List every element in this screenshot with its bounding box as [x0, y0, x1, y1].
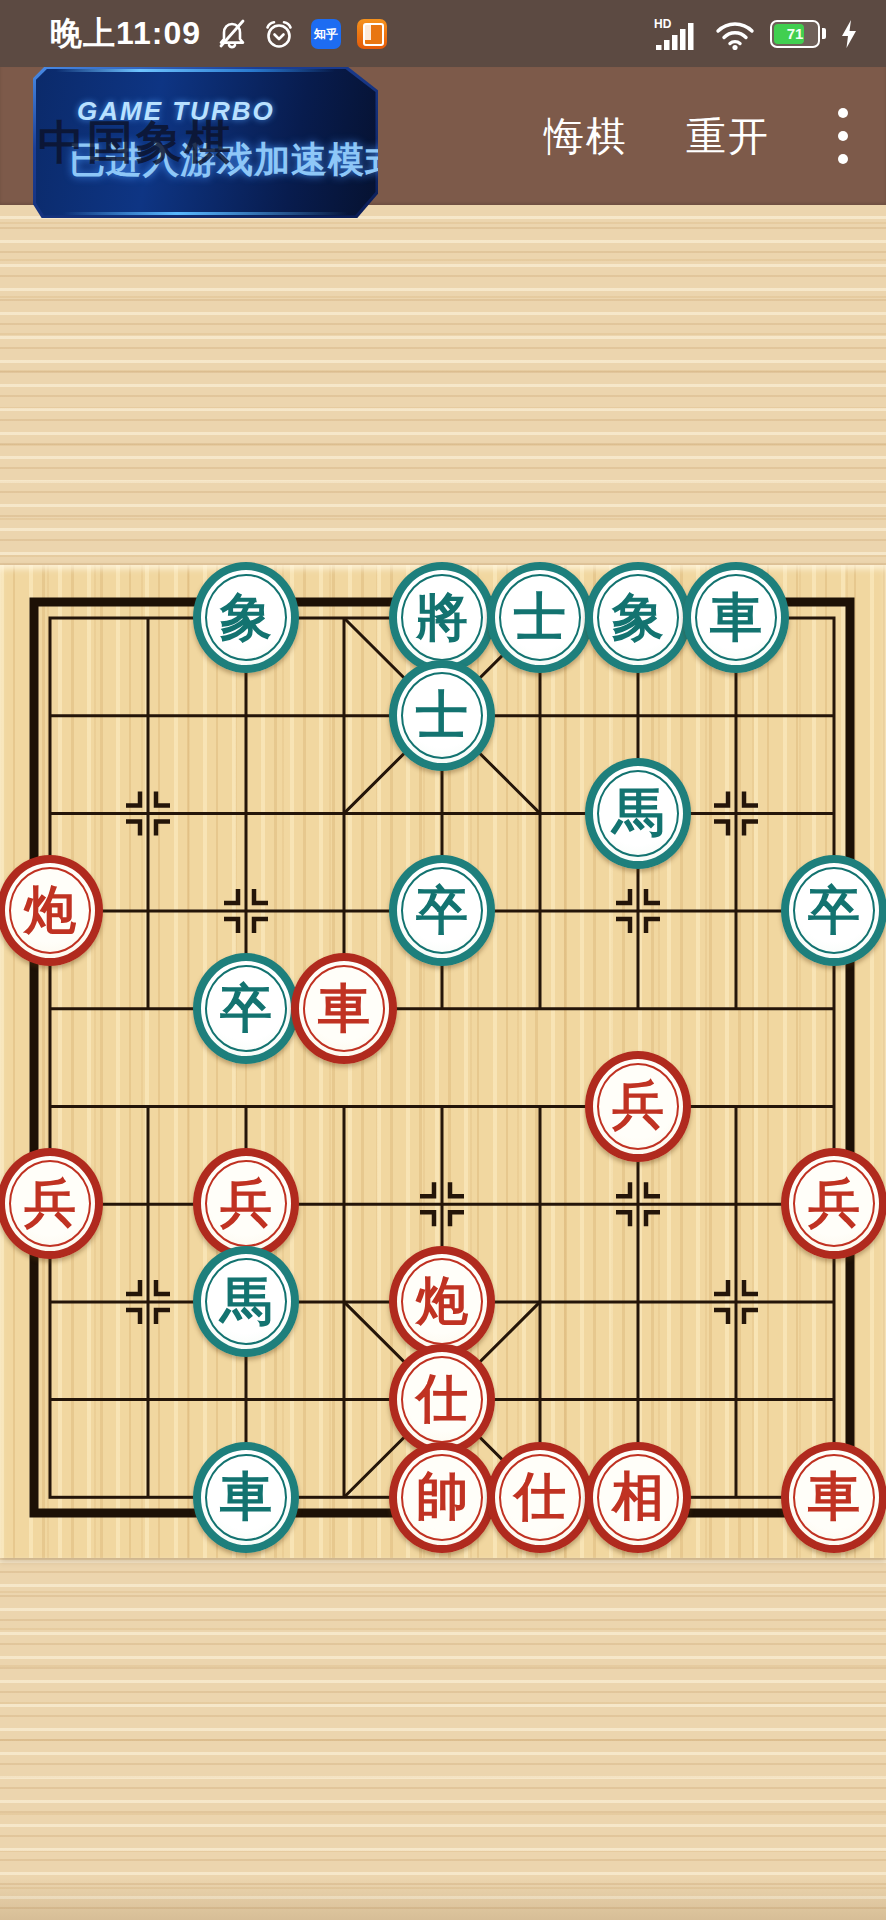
piece-glyph: 卒: [416, 884, 468, 936]
piece-red-帥[interactable]: 帥: [389, 1442, 495, 1553]
alarm-clock-icon: [263, 18, 295, 50]
piece-red-車[interactable]: 車: [781, 1442, 886, 1553]
restart-button[interactable]: 重开: [686, 109, 770, 164]
hd-label: HD: [654, 17, 672, 31]
piece-glyph: 馬: [220, 1275, 272, 1327]
piece-red-仕[interactable]: 仕: [487, 1442, 593, 1553]
piece-glyph: 象: [612, 591, 664, 643]
piece-red-炮[interactable]: 炮: [389, 1246, 495, 1357]
bottom-shade: [0, 1878, 886, 1920]
piece-glyph: 兵: [612, 1079, 664, 1131]
piece-red-仕[interactable]: 仕: [389, 1344, 495, 1455]
piece-red-車[interactable]: 車: [291, 953, 397, 1064]
piece-red-炮[interactable]: 炮: [0, 855, 103, 966]
piece-glyph: 炮: [416, 1275, 468, 1327]
piece-glyph: 馬: [612, 786, 664, 838]
piece-black-馬[interactable]: 馬: [585, 758, 691, 869]
zhihu-label: 知乎: [314, 28, 338, 40]
piece-black-卒[interactable]: 卒: [193, 953, 299, 1064]
piece-glyph: 炮: [24, 884, 76, 936]
charging-bolt-icon: [840, 19, 858, 49]
piece-glyph: 相: [612, 1470, 664, 1522]
piece-red-兵[interactable]: 兵: [781, 1148, 886, 1259]
piece-black-馬[interactable]: 馬: [193, 1246, 299, 1357]
piece-glyph: 仕: [514, 1470, 566, 1522]
status-bar: 晚上11:09 知乎 HD: [0, 0, 886, 67]
app-title: 中国象棋: [38, 112, 234, 174]
piece-red-兵[interactable]: 兵: [0, 1148, 103, 1259]
piece-black-象[interactable]: 象: [193, 562, 299, 673]
piece-black-卒[interactable]: 卒: [781, 855, 886, 966]
piece-glyph: 車: [710, 591, 762, 643]
piece-glyph: 車: [808, 1470, 860, 1522]
piece-black-卒[interactable]: 卒: [389, 855, 495, 966]
battery-indicator: 71: [770, 20, 826, 48]
undo-button[interactable]: 悔棋: [544, 109, 628, 164]
piece-black-象[interactable]: 象: [585, 562, 691, 673]
piece-glyph: 兵: [808, 1177, 860, 1229]
xiangqi-board[interactable]: 象將士象車士馬炮卒卒卒車兵兵兵兵馬炮仕車帥仕相車: [0, 565, 886, 1558]
piece-black-士[interactable]: 士: [389, 660, 495, 771]
piece-glyph: 士: [416, 689, 468, 741]
piece-red-相[interactable]: 相: [585, 1442, 691, 1553]
piece-black-車[interactable]: 車: [193, 1442, 299, 1553]
piece-glyph: 士: [514, 591, 566, 643]
piece-glyph: 卒: [220, 982, 272, 1034]
pieces-grid: 象將士象車士馬炮卒卒卒車兵兵兵兵馬炮仕車帥仕相車: [1, 569, 883, 1546]
piece-glyph: 車: [318, 982, 370, 1034]
piece-red-兵[interactable]: 兵: [585, 1051, 691, 1162]
piece-black-士[interactable]: 士: [487, 562, 593, 673]
piece-glyph: 仕: [416, 1372, 468, 1424]
phone-screen: 晚上11:09 知乎 HD: [0, 0, 886, 1920]
piece-glyph: 象: [220, 591, 272, 643]
piece-glyph: 帥: [416, 1470, 468, 1522]
piece-black-車[interactable]: 車: [683, 562, 789, 673]
zhihu-app-icon: 知乎: [311, 19, 341, 49]
piece-black-將[interactable]: 將: [389, 562, 495, 673]
piece-red-兵[interactable]: 兵: [193, 1148, 299, 1259]
mute-bell-icon: [217, 18, 247, 50]
kebab-menu-icon[interactable]: [828, 102, 858, 170]
piece-glyph: 卒: [808, 884, 860, 936]
piece-glyph: 兵: [220, 1177, 272, 1229]
piece-glyph: 車: [220, 1470, 272, 1522]
orange-app-icon: [357, 19, 387, 49]
battery-percent-label: 71: [772, 22, 818, 46]
hd-signal-icon: HD: [648, 16, 700, 52]
piece-glyph: 兵: [24, 1177, 76, 1229]
time-label: 晚上11:09: [50, 12, 201, 56]
wifi-icon: [714, 18, 756, 50]
piece-glyph: 將: [416, 591, 468, 643]
